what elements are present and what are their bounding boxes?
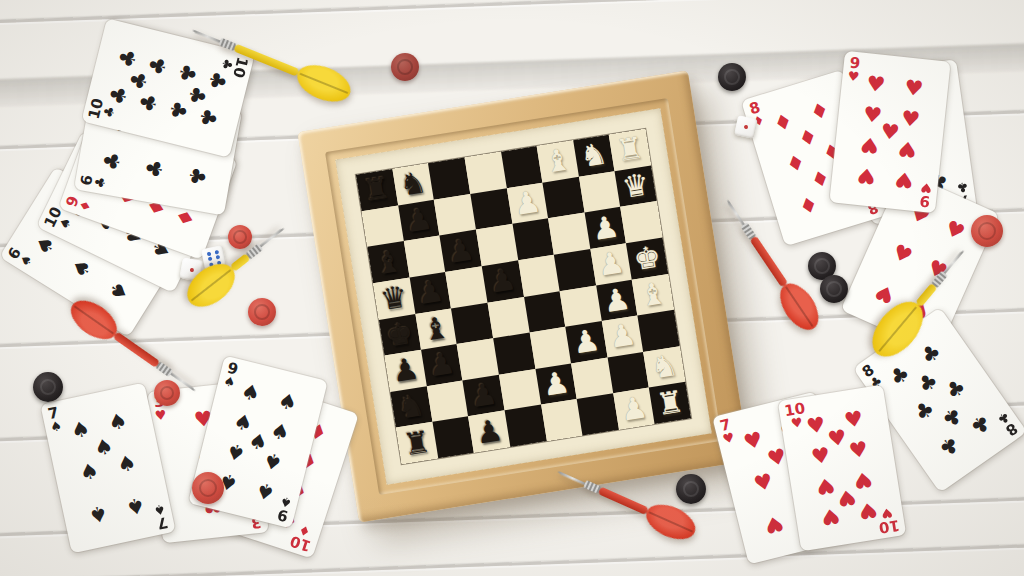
card-corner-br: 7♠ [153,503,170,530]
card-pip-hearts: ♥ [865,72,886,98]
card-pip-clubs: ♣ [965,409,994,439]
card-pip-hearts: ♥ [894,166,915,192]
card-pip-hearts: ♥ [857,497,879,524]
card-pip-hearts: ♥ [903,76,924,102]
card-pip-spades: ♠ [276,388,300,416]
card-pip-clubs: ♣ [910,396,939,426]
table-plank-groove [0,542,1024,576]
card-suit-icon: ♦ [78,198,93,213]
black-checker-chip [820,275,848,303]
card-pip-hearts: ♥ [847,437,869,464]
chess-piece-white-knight: ♞ [643,346,685,388]
chess-piece-black-queen: ♛ [373,278,415,320]
card-pip-spades: ♠ [67,254,97,283]
card-corner-tl: 9♥ [847,56,861,82]
card-suit-icon: ♠ [153,503,167,517]
die-pip [206,251,211,256]
chess-piece-white-bishop: ♝ [537,140,579,182]
chess-piece-black-pawn: ♟ [463,375,505,417]
card-suit-icon: ♥ [722,431,736,445]
chess-board: ♜♞♟♝♟♛♟♟♚♝♟♟♞♟♜♟♝♞♜♟♛♟♟♚♟♝♟♟♟♞♟♜ [298,71,750,523]
card-pip-hearts: ♥ [843,407,865,434]
card-suit-icon: ♠ [57,215,73,231]
card-suit-icon: ♥ [920,181,933,194]
card-pip-diamonds: ♦ [783,149,808,177]
card-suit-icon: ♥ [847,70,860,83]
chess-piece-black-bishop: ♝ [367,241,409,283]
dart-shaft [598,487,649,515]
card-corner-br: 10♥ [876,506,901,534]
chess-piece-white-pawn: ♟ [565,321,607,363]
chess-piece-white-knight: ♞ [573,135,615,177]
chess-piece-black-knight: ♞ [392,163,434,205]
card-pip-clubs: ♣ [183,165,210,188]
chess-piece-black-pawn: ♟ [409,272,451,314]
card-pip-spades: ♠ [78,458,101,485]
red-checker-chip [971,215,1003,247]
card-pip-spades: ♠ [103,276,133,305]
card-pip-hearts: ♥ [941,216,968,246]
card-suit-icon: ♥ [790,416,803,429]
card-pip-hearts: ♥ [762,510,786,538]
chess-piece-white-pawn: ♟ [535,363,577,405]
card-pip-hearts: ♥ [810,443,832,470]
red-checker-chip [192,472,224,504]
card-suit-icon: ♠ [18,252,34,268]
card-pip-hearts: ♥ [889,239,916,269]
chess-piece-black-pawn: ♟ [440,230,482,272]
card-pip-hearts: ♥ [751,469,775,497]
red-checker-chip [391,53,419,81]
chess-piece-white-bishop: ♝ [632,274,674,316]
table-plank-groove [0,0,1024,25]
board-pieces: ♜♞♟♝♟♛♟♟♚♝♟♟♞♟♜♟♝♞♜♟♛♟♟♚♟♝♟♟♟♞♟♜ [356,129,691,464]
card-corner-br: 9♠ [276,495,293,522]
card-pip-hearts: ♥ [856,162,877,188]
red-checker-chip [248,298,276,326]
dart-needle-tip [943,249,965,274]
card-pip-spades: ♠ [92,433,115,460]
card-pip-spades: ♠ [69,417,92,444]
chess-piece-black-pawn: ♟ [468,411,510,453]
card-pip-clubs: ♣ [917,339,946,369]
chess-piece-white-pawn: ♟ [584,207,626,249]
chess-piece-black-pawn: ♟ [385,350,427,392]
card-pip-clubs: ♣ [141,157,168,180]
card-pip-clubs: ♣ [938,402,967,432]
chess-piece-black-bishop: ♝ [415,308,457,350]
card-pip-hearts: ♥ [862,102,883,128]
card-pip-spades: ♠ [238,379,262,407]
chess-piece-white-pawn: ♟ [596,279,638,321]
chess-piece-white-king: ♚ [626,237,668,279]
chess-piece-black-king: ♚ [379,314,421,356]
card-pip-hearts: ♥ [805,413,827,440]
card-corner-br: 9♥ [919,181,933,207]
card-pip-hearts: ♥ [859,132,880,158]
chess-piece-white-pawn: ♟ [590,243,632,285]
card-corner-tl: 7♠ [46,406,63,433]
card-pip-clubs: ♣ [885,361,914,391]
card-suit-icon: ♠ [49,419,63,433]
card-suit-icon: ♥ [154,409,167,422]
black-checker-chip [676,474,706,504]
card-suit-icon: ♣ [102,105,116,119]
card-pip-spades: ♠ [86,500,109,527]
card-pip-hearts: ♥ [819,503,841,530]
dart-needle-tip [725,199,744,226]
card-pip-hearts: ♥ [897,136,918,162]
card-pip-clubs: ♣ [913,367,942,397]
card-pip-spades: ♠ [115,450,138,477]
black-checker-chip [718,63,746,91]
card-pip-spades: ♠ [124,492,147,519]
chess-piece-white-pawn: ♟ [602,315,644,357]
card-corner-tl: 9♠ [223,361,240,388]
dart-needle-tip [557,470,586,485]
card-pip-spades: ♠ [106,409,129,436]
chess-piece-white-pawn: ♟ [506,182,548,224]
card-corner-tl: 7♥ [718,418,735,445]
card-suit-icon: ♣ [956,181,969,194]
card-pip-diamonds: ♦ [807,97,832,125]
card-pip-diamonds: ♦ [796,190,821,218]
card-pip-hearts: ♥ [836,485,858,512]
card-pip-clubs: ♣ [114,46,142,70]
card-pip-hearts: ♥ [741,427,765,455]
chess-piece-black-knight: ♞ [390,386,432,428]
card-pip-diamonds: ♦ [795,123,820,151]
chess-piece-black-pawn: ♟ [482,260,524,302]
dart-needle-tip [260,227,285,248]
card-pip-hearts: ♥ [814,473,836,500]
card-corner-tl: 6♣ [80,173,107,189]
card-9-of-hearts: 9♥9♥♥♥♥♥♥♥♥♥♥ [829,51,950,213]
dart-needle-tip [192,29,221,43]
card-suit-icon: ♠ [279,495,293,509]
card-pip-spades: ♠ [268,418,292,446]
chess-piece-black-pawn: ♟ [421,344,463,386]
tabletop-games-photo-scene: ♜♞♟♝♟♛♟♟♚♝♟♟♞♟♜♟♝♞♜♟♛♟♟♚♟♝♟♟♟♞♟♜ 6♠6♠♠♠♠… [0,0,1024,576]
card-pip-clubs: ♣ [173,61,201,85]
card-pip-hearts: ♥ [852,467,874,494]
card-pip-clubs: ♣ [99,150,126,173]
card-suit-icon: ♠ [223,375,237,389]
die-pip [215,249,220,254]
card-pip-spades: ♠ [261,447,285,475]
card-pip-spades: ♠ [224,438,248,466]
die-showing-1 [734,115,758,139]
card-pip-clubs: ♣ [941,374,970,404]
card-pip-diamonds: ♦ [808,164,833,192]
dart-needle-tip [170,373,196,393]
card-pip-clubs: ♣ [934,431,963,461]
chess-piece-black-rook: ♜ [396,422,438,464]
chess-piece-black-rook: ♜ [356,169,398,211]
card-pip-hearts: ♥ [826,425,848,452]
card-suit-icon: ♥ [881,506,894,519]
die-pip [189,267,194,272]
card-suit-icon: ♣ [93,176,107,190]
chess-piece-white-pawn: ♟ [613,388,655,430]
card-pip-hearts: ♥ [900,106,921,132]
chess-piece-white-rook: ♜ [649,382,691,424]
chess-piece-white-rook: ♜ [609,129,651,171]
card-suit-icon: ♦ [297,523,312,538]
card-pip-spades: ♠ [253,477,277,505]
chess-piece-white-queen: ♛ [615,165,657,207]
card-pip-hearts: ♥ [879,119,900,145]
black-checker-chip [33,372,63,402]
card-pip-clubs: ♣ [135,91,163,115]
card-pip-clubs: ♣ [194,106,222,130]
chess-piece-black-pawn: ♟ [398,199,440,241]
die-pip [744,125,749,130]
card-corner-tl: 9♦ [65,194,93,214]
card-pip-diamonds: ♦ [771,109,796,137]
